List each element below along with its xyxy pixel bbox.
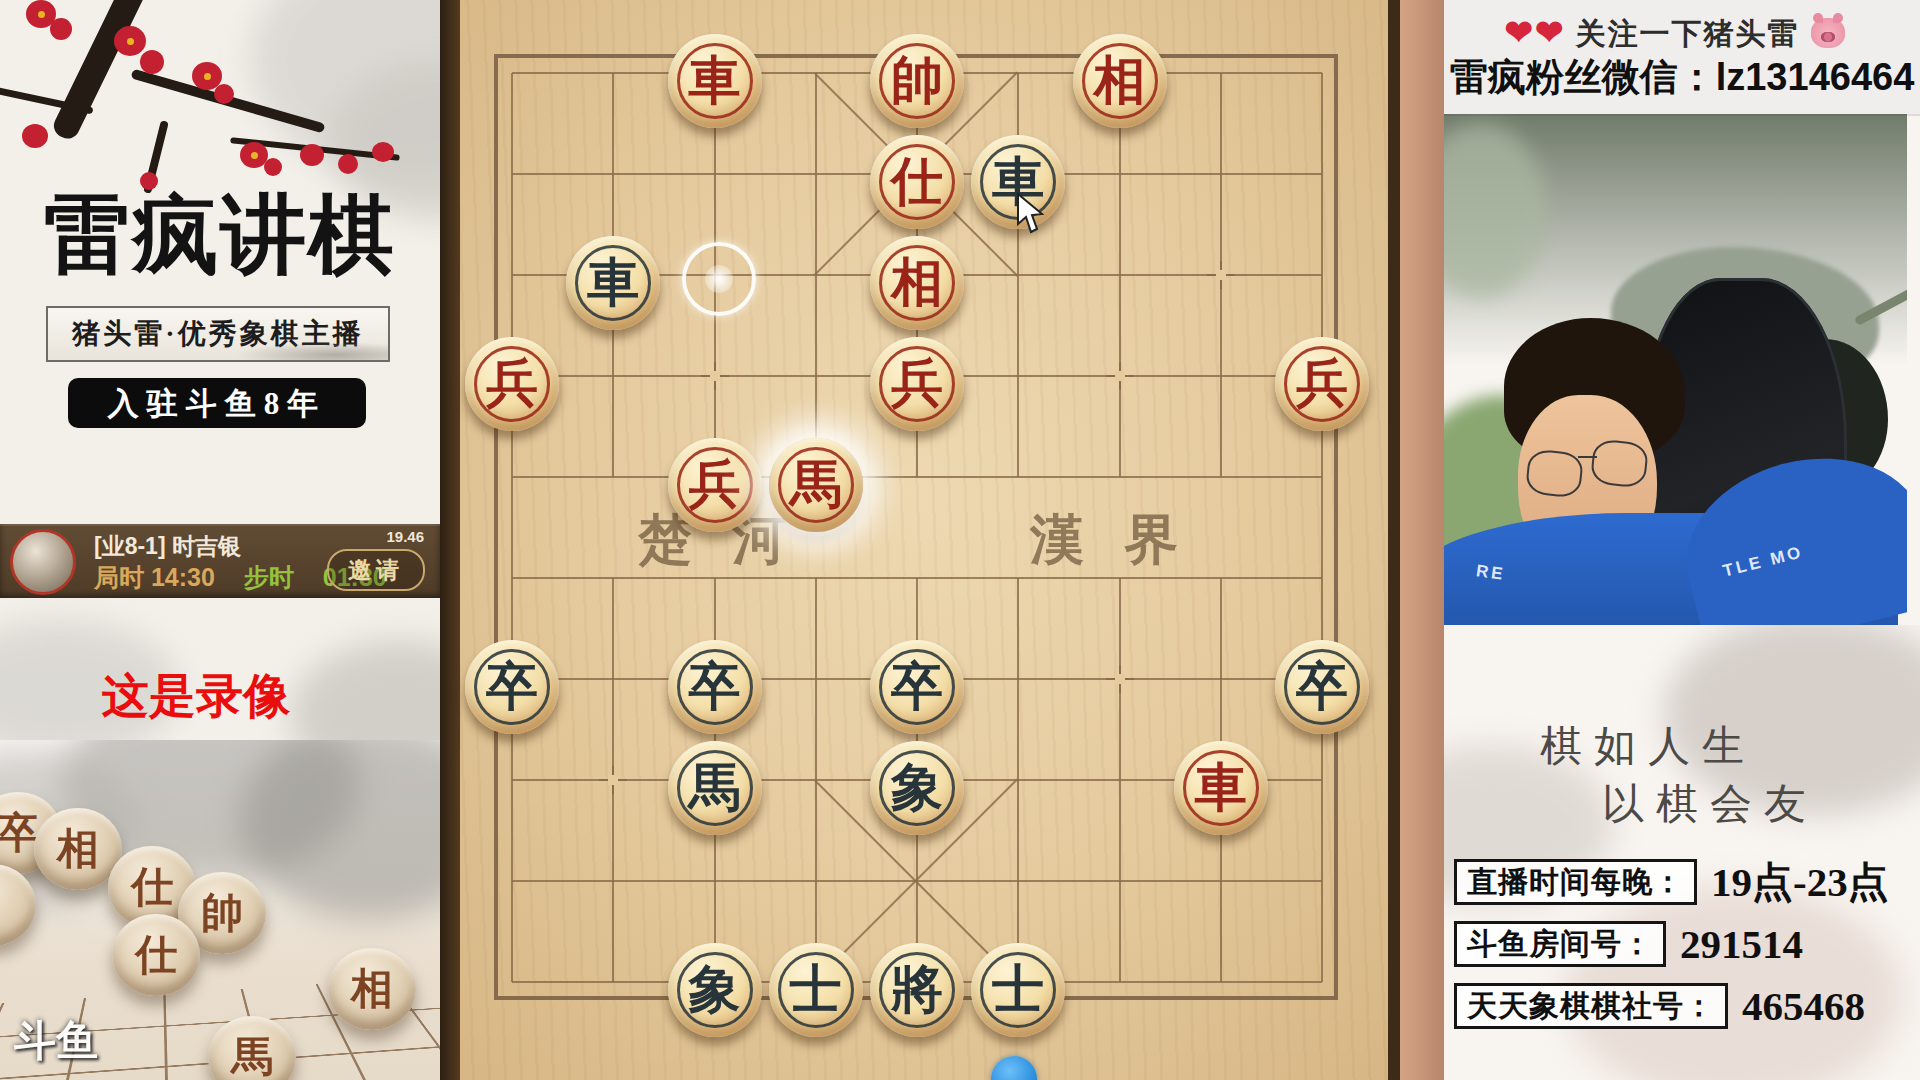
point-marker-7-2: [1207, 261, 1235, 289]
plum-blossom: [214, 84, 234, 104]
piece-red-兵[interactable]: 兵: [465, 337, 559, 431]
webcam-video: TLE MO RE: [1444, 114, 1907, 625]
piece-black-士[interactable]: 士: [971, 943, 1065, 1037]
point-marker-6-6: [1106, 665, 1134, 693]
plum-blossom: [300, 144, 324, 166]
motto-line1: 棋如人生: [1540, 725, 1756, 767]
plum-blossom: [22, 124, 48, 148]
board-column: 楚河 漢界 車帥相仕車車相兵兵兵兵馬卒卒卒卒馬象車象士將士: [440, 0, 1444, 1080]
hearts-icon: ❤❤: [1505, 14, 1566, 51]
club-label: 天天象棋棋社号：: [1454, 983, 1728, 1029]
piece-black-象[interactable]: 象: [668, 943, 762, 1037]
grid-line-file-6-bottom: [1119, 578, 1121, 982]
hoodie-text-left: RE: [1475, 562, 1507, 583]
info-row-room: 斗鱼房间号： 291514: [1454, 921, 1803, 967]
wechat-line: 雷疯粉丝微信：lz13146464: [1444, 58, 1920, 96]
photo-piece: 仕: [112, 914, 200, 996]
follow-banner: ❤❤关注一下猪头雷 雷疯粉丝微信：lz13146464: [1444, 0, 1920, 116]
recording-notice: 这是录像: [102, 672, 290, 719]
xiangqi-board[interactable]: 楚河 漢界 車帥相仕車車相兵兵兵兵馬卒卒卒卒馬象車象士將士: [512, 73, 1322, 982]
piece-red-車[interactable]: 車: [1174, 741, 1268, 835]
player-name: [业8-1] 时吉银: [94, 535, 241, 558]
piece-red-仕[interactable]: 仕: [870, 135, 964, 229]
left-overlay-panel: 雷疯讲棋 猪头雷·优秀象棋主播 入驻斗鱼8年 [业8-1] 时吉银 局时 14:…: [0, 0, 440, 1080]
xiangqi-photo-art: 卒 相 仕 帥 仕 相 馬 斗鱼: [0, 740, 440, 1080]
point-marker-6-3: [1106, 362, 1134, 390]
plum-blossom: [372, 142, 394, 162]
player-avatar[interactable]: [10, 529, 76, 595]
plum-blossom: [114, 26, 146, 56]
piece-black-象[interactable]: 象: [870, 741, 964, 835]
channel-subtitle: 猪头雷·优秀象棋主播: [46, 306, 390, 362]
piece-red-兵[interactable]: 兵: [870, 337, 964, 431]
piece-red-馬[interactable]: 馬: [769, 438, 863, 532]
right-wood-pillar: [1400, 0, 1444, 1080]
piece-red-相[interactable]: 相: [1073, 34, 1167, 128]
grid-line-file-0: [511, 73, 513, 982]
piece-red-兵[interactable]: 兵: [1275, 337, 1369, 431]
douyu-years-badge: 入驻斗鱼8年: [68, 378, 366, 428]
river-label-right: 漢界: [1030, 513, 1218, 567]
grid-line-file-8: [1321, 73, 1323, 982]
game-time-label: 局时: [94, 563, 144, 591]
piece-black-將[interactable]: 將: [870, 943, 964, 1037]
invite-button[interactable]: 邀请: [327, 549, 425, 591]
piece-red-兵[interactable]: 兵: [668, 438, 762, 532]
left-dark-edge: [440, 0, 460, 1080]
grid-line-file-6-top: [1119, 73, 1121, 477]
follow-text: ❤❤关注一下猪头雷: [1444, 16, 1906, 50]
piece-red-帥[interactable]: 帥: [870, 34, 964, 128]
piece-black-車[interactable]: 車: [566, 236, 660, 330]
plum-blossom: [140, 50, 164, 74]
schedule-label: 直播时间每晚：: [1454, 859, 1697, 905]
glasses-right-lens: [1590, 438, 1649, 488]
wechat-label: 雷疯粉丝微信：: [1450, 56, 1716, 98]
opponent-player-bar: [业8-1] 时吉银 局时 14:30 步时 01:30 19.46 邀请: [0, 524, 440, 598]
mouse-cursor: [1016, 192, 1046, 236]
info-row-club: 天天象棋棋社号： 465468: [1454, 983, 1865, 1029]
pig-emoji-icon: [1811, 18, 1845, 48]
piece-black-卒[interactable]: 卒: [668, 640, 762, 734]
plum-blossom: [264, 158, 282, 176]
piece-black-馬[interactable]: 馬: [668, 741, 762, 835]
game-time-value: 14:30: [151, 563, 215, 591]
info-panel: 棋如人生 以棋会友 直播时间每晚： 19点-23点 斗鱼房间号： 291514 …: [1444, 625, 1920, 1080]
corner-number: 19.46: [386, 529, 424, 544]
room-value: 291514: [1680, 924, 1803, 965]
move-time-label: 步时: [244, 563, 294, 591]
glasses-bridge: [1578, 456, 1597, 458]
wechat-id: lz13146464: [1716, 56, 1915, 98]
piece-black-士[interactable]: 士: [769, 943, 863, 1037]
room-label: 斗鱼房间号：: [1454, 921, 1666, 967]
mountain-wash: [240, 740, 440, 920]
piece-black-卒[interactable]: 卒: [870, 640, 964, 734]
plum-blossom: [338, 154, 358, 174]
photo-piece: 相: [328, 948, 416, 1030]
stream-screenshot: 雷疯讲棋 猪头雷·优秀象棋主播 入驻斗鱼8年 [业8-1] 时吉银 局时 14:…: [0, 0, 1920, 1080]
point-marker-1-7: [599, 766, 627, 794]
channel-title: 雷疯讲棋: [0, 192, 440, 278]
schedule-value: 19点-23点: [1711, 862, 1889, 903]
plum-blossom: [50, 18, 72, 40]
right-dark-edge: [1388, 0, 1400, 1080]
piece-black-卒[interactable]: 卒: [1275, 640, 1369, 734]
info-row-schedule: 直播时间每晚： 19点-23点: [1454, 859, 1889, 905]
piece-red-相[interactable]: 相: [870, 236, 964, 330]
point-marker-2-3: [701, 362, 729, 390]
douyu-watermark: 斗鱼: [14, 1020, 98, 1062]
right-overlay-panel: ❤❤关注一下猪头雷 雷疯粉丝微信：lz13146464 TLE MO R: [1444, 0, 1920, 1080]
motto-line2: 以棋会友: [1602, 783, 1818, 825]
selection-ring: [682, 242, 756, 316]
piece-black-卒[interactable]: 卒: [465, 640, 559, 734]
piece-red-車[interactable]: 車: [668, 34, 762, 128]
club-value: 465468: [1742, 986, 1865, 1027]
